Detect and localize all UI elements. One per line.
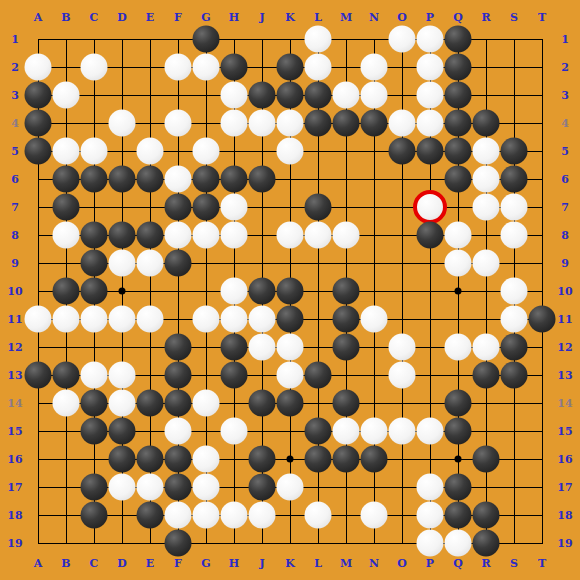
white-stone-G16[interactable] [193, 446, 220, 473]
column-label-bottom-M: M [340, 557, 352, 570]
column-label-bottom-Q: Q [453, 557, 463, 570]
black-stone-F14[interactable] [165, 390, 192, 417]
white-stone-M3[interactable] [333, 82, 360, 109]
column-label-bottom-R: R [481, 557, 490, 570]
white-stone-H7[interactable] [221, 194, 248, 221]
black-stone-Q14[interactable] [445, 390, 472, 417]
black-stone-B7[interactable] [53, 194, 80, 221]
row-label-left-6: 6 [11, 173, 19, 186]
black-stone-M10[interactable] [333, 278, 360, 305]
black-stone-J16[interactable] [249, 446, 276, 473]
white-stone-D11[interactable] [109, 306, 136, 333]
black-stone-P8[interactable] [417, 222, 444, 249]
white-stone-R6[interactable] [473, 166, 500, 193]
row-label-right-15: 15 [557, 425, 572, 438]
black-stone-P5[interactable] [417, 138, 444, 165]
white-stone-D4[interactable] [109, 110, 136, 137]
black-stone-Q3[interactable] [445, 82, 472, 109]
black-stone-E6[interactable] [137, 166, 164, 193]
column-label-bottom-P: P [426, 557, 434, 570]
black-stone-B10[interactable] [53, 278, 80, 305]
column-label-bottom-T: T [538, 557, 546, 570]
black-stone-K3[interactable] [277, 82, 304, 109]
white-stone-P17[interactable] [417, 474, 444, 501]
black-stone-R13[interactable] [473, 362, 500, 389]
white-stone-H4[interactable] [221, 110, 248, 137]
white-stone-J18[interactable] [249, 502, 276, 529]
black-stone-F9[interactable] [165, 250, 192, 277]
star-point-D10 [119, 288, 126, 295]
white-stone-B11[interactable] [53, 306, 80, 333]
white-stone-P18[interactable] [417, 502, 444, 529]
column-label-top-J: J [259, 11, 264, 24]
column-label-top-H: H [229, 11, 239, 24]
black-stone-D15[interactable] [109, 418, 136, 445]
row-label-right-11: 11 [557, 313, 572, 326]
row-label-left-5: 5 [11, 145, 19, 158]
white-stone-H8[interactable] [221, 222, 248, 249]
black-stone-M16[interactable] [333, 446, 360, 473]
black-stone-M4[interactable] [333, 110, 360, 137]
white-stone-C2[interactable] [81, 54, 108, 81]
white-stone-N3[interactable] [361, 82, 388, 109]
row-label-right-17: 17 [557, 481, 572, 494]
black-stone-D16[interactable] [109, 446, 136, 473]
black-stone-C18[interactable] [81, 502, 108, 529]
black-stone-L3[interactable] [305, 82, 332, 109]
black-stone-H13[interactable] [221, 362, 248, 389]
black-stone-N16[interactable] [361, 446, 388, 473]
white-stone-K5[interactable] [277, 138, 304, 165]
row-label-left-1: 1 [11, 33, 19, 46]
white-stone-S7[interactable] [501, 194, 528, 221]
white-stone-L18[interactable] [305, 502, 332, 529]
black-stone-D6[interactable] [109, 166, 136, 193]
row-label-left-13: 13 [7, 369, 22, 382]
last-move-white-stone-P7[interactable] [413, 190, 447, 224]
black-stone-C14[interactable] [81, 390, 108, 417]
row-label-left-8: 8 [11, 229, 19, 242]
white-stone-G11[interactable] [193, 306, 220, 333]
column-label-top-A: A [34, 11, 43, 24]
black-stone-K11[interactable] [277, 306, 304, 333]
white-stone-D9[interactable] [109, 250, 136, 277]
row-label-right-16: 16 [557, 453, 572, 466]
row-label-left-9: 9 [11, 257, 19, 270]
row-label-right-8: 8 [561, 229, 569, 242]
white-stone-H18[interactable] [221, 502, 248, 529]
column-label-bottom-B: B [61, 557, 70, 570]
column-label-top-T: T [538, 11, 546, 24]
row-label-left-4: 4 [11, 117, 19, 130]
white-stone-G5[interactable] [193, 138, 220, 165]
column-label-top-D: D [117, 11, 127, 24]
white-stone-B8[interactable] [53, 222, 80, 249]
white-stone-O12[interactable] [389, 334, 416, 361]
row-label-right-19: 19 [557, 537, 572, 550]
black-stone-C9[interactable] [81, 250, 108, 277]
column-label-bottom-S: S [510, 557, 518, 570]
column-label-bottom-H: H [229, 557, 239, 570]
black-stone-A3[interactable] [25, 82, 52, 109]
row-label-left-18: 18 [7, 509, 22, 522]
row-label-left-10: 10 [7, 285, 22, 298]
row-label-left-19: 19 [7, 537, 22, 550]
white-stone-A2[interactable] [25, 54, 52, 81]
row-label-right-10: 10 [557, 285, 572, 298]
column-label-bottom-O: O [397, 557, 407, 570]
column-label-top-M: M [340, 11, 352, 24]
white-stone-N11[interactable] [361, 306, 388, 333]
white-stone-E11[interactable] [137, 306, 164, 333]
white-stone-S8[interactable] [501, 222, 528, 249]
white-stone-D13[interactable] [109, 362, 136, 389]
white-stone-K17[interactable] [277, 474, 304, 501]
column-label-top-E: E [146, 11, 154, 24]
white-stone-H15[interactable] [221, 418, 248, 445]
white-stone-H11[interactable] [221, 306, 248, 333]
black-stone-M11[interactable] [333, 306, 360, 333]
white-stone-F18[interactable] [165, 502, 192, 529]
row-label-left-15: 15 [7, 425, 22, 438]
black-stone-A13[interactable] [25, 362, 52, 389]
black-stone-S12[interactable] [501, 334, 528, 361]
white-stone-L2[interactable] [305, 54, 332, 81]
black-stone-F16[interactable] [165, 446, 192, 473]
black-stone-T11[interactable] [529, 306, 556, 333]
white-stone-L8[interactable] [305, 222, 332, 249]
white-stone-E9[interactable] [137, 250, 164, 277]
black-stone-Q2[interactable] [445, 54, 472, 81]
white-stone-J12[interactable] [249, 334, 276, 361]
black-stone-L4[interactable] [305, 110, 332, 137]
white-stone-R12[interactable] [473, 334, 500, 361]
row-label-left-12: 12 [7, 341, 22, 354]
column-label-top-F: F [174, 11, 182, 24]
white-stone-P3[interactable] [417, 82, 444, 109]
black-stone-C6[interactable] [81, 166, 108, 193]
white-stone-C11[interactable] [81, 306, 108, 333]
black-stone-B6[interactable] [53, 166, 80, 193]
column-label-bottom-G: G [201, 557, 210, 570]
white-stone-D14[interactable] [109, 390, 136, 417]
row-label-right-7: 7 [561, 201, 569, 214]
white-stone-Q19[interactable] [445, 530, 472, 557]
white-stone-O4[interactable] [389, 110, 416, 137]
black-stone-M12[interactable] [333, 334, 360, 361]
black-stone-F12[interactable] [165, 334, 192, 361]
black-stone-R4[interactable] [473, 110, 500, 137]
white-stone-N18[interactable] [361, 502, 388, 529]
white-stone-K8[interactable] [277, 222, 304, 249]
black-stone-O5[interactable] [389, 138, 416, 165]
star-point-Q10 [455, 288, 462, 295]
white-stone-S11[interactable] [501, 306, 528, 333]
column-label-bottom-J: J [259, 557, 264, 570]
column-label-bottom-A: A [34, 557, 43, 570]
white-stone-B5[interactable] [53, 138, 80, 165]
row-label-right-18: 18 [557, 509, 572, 522]
black-stone-Q18[interactable] [445, 502, 472, 529]
column-label-top-L: L [314, 11, 322, 24]
white-stone-F6[interactable] [165, 166, 192, 193]
column-label-bottom-D: D [117, 557, 127, 570]
go-board[interactable]: AABBCCDDEEFFGGHHJJKKLLMMNNOOPPQQRRSSTT11… [0, 0, 580, 580]
white-stone-K13[interactable] [277, 362, 304, 389]
white-stone-F4[interactable] [165, 110, 192, 137]
white-stone-R9[interactable] [473, 250, 500, 277]
black-stone-H2[interactable] [221, 54, 248, 81]
white-stone-R5[interactable] [473, 138, 500, 165]
white-stone-O15[interactable] [389, 418, 416, 445]
grid-vline [542, 39, 543, 544]
white-stone-Q9[interactable] [445, 250, 472, 277]
white-stone-P15[interactable] [417, 418, 444, 445]
star-point-K16 [287, 456, 294, 463]
white-stone-G2[interactable] [193, 54, 220, 81]
white-stone-J11[interactable] [249, 306, 276, 333]
star-point-Q16 [455, 456, 462, 463]
row-label-left-17: 17 [7, 481, 22, 494]
black-stone-S13[interactable] [501, 362, 528, 389]
white-stone-C13[interactable] [81, 362, 108, 389]
row-label-right-5: 5 [561, 145, 569, 158]
black-stone-M14[interactable] [333, 390, 360, 417]
black-stone-E16[interactable] [137, 446, 164, 473]
row-label-right-3: 3 [561, 89, 569, 102]
white-stone-Q12[interactable] [445, 334, 472, 361]
black-stone-J3[interactable] [249, 82, 276, 109]
black-stone-E8[interactable] [137, 222, 164, 249]
black-stone-S6[interactable] [501, 166, 528, 193]
column-label-bottom-N: N [369, 557, 379, 570]
white-stone-P2[interactable] [417, 54, 444, 81]
black-stone-L16[interactable] [305, 446, 332, 473]
black-stone-K2[interactable] [277, 54, 304, 81]
black-stone-J14[interactable] [249, 390, 276, 417]
row-label-right-12: 12 [557, 341, 572, 354]
white-stone-Q8[interactable] [445, 222, 472, 249]
black-stone-A4[interactable] [25, 110, 52, 137]
white-stone-G14[interactable] [193, 390, 220, 417]
black-stone-R18[interactable] [473, 502, 500, 529]
column-label-top-C: C [90, 11, 99, 24]
column-label-top-O: O [397, 11, 407, 24]
black-stone-N4[interactable] [361, 110, 388, 137]
column-label-bottom-E: E [146, 557, 154, 570]
white-stone-M15[interactable] [333, 418, 360, 445]
white-stone-O13[interactable] [389, 362, 416, 389]
black-stone-L7[interactable] [305, 194, 332, 221]
column-label-bottom-K: K [285, 557, 295, 570]
white-stone-P4[interactable] [417, 110, 444, 137]
row-label-left-11: 11 [7, 313, 22, 326]
white-stone-H10[interactable] [221, 278, 248, 305]
black-stone-C15[interactable] [81, 418, 108, 445]
black-stone-E18[interactable] [137, 502, 164, 529]
black-stone-H6[interactable] [221, 166, 248, 193]
black-stone-J17[interactable] [249, 474, 276, 501]
white-stone-E5[interactable] [137, 138, 164, 165]
black-stone-F13[interactable] [165, 362, 192, 389]
white-stone-N2[interactable] [361, 54, 388, 81]
white-stone-O1[interactable] [389, 26, 416, 53]
column-label-bottom-L: L [314, 557, 322, 570]
white-stone-G17[interactable] [193, 474, 220, 501]
black-stone-J6[interactable] [249, 166, 276, 193]
white-stone-F15[interactable] [165, 418, 192, 445]
black-stone-G7[interactable] [193, 194, 220, 221]
white-stone-M8[interactable] [333, 222, 360, 249]
row-label-right-13: 13 [557, 369, 572, 382]
row-label-right-9: 9 [561, 257, 569, 270]
column-label-bottom-C: C [90, 557, 99, 570]
white-stone-G8[interactable] [193, 222, 220, 249]
white-stone-K4[interactable] [277, 110, 304, 137]
black-stone-E14[interactable] [137, 390, 164, 417]
white-stone-F8[interactable] [165, 222, 192, 249]
black-stone-B13[interactable] [53, 362, 80, 389]
black-stone-Q6[interactable] [445, 166, 472, 193]
black-stone-K10[interactable] [277, 278, 304, 305]
black-stone-Q17[interactable] [445, 474, 472, 501]
white-stone-N15[interactable] [361, 418, 388, 445]
black-stone-Q4[interactable] [445, 110, 472, 137]
white-stone-P1[interactable] [417, 26, 444, 53]
black-stone-G6[interactable] [193, 166, 220, 193]
row-label-right-1: 1 [561, 33, 569, 46]
black-stone-L13[interactable] [305, 362, 332, 389]
white-stone-C5[interactable] [81, 138, 108, 165]
black-stone-Q5[interactable] [445, 138, 472, 165]
row-label-left-14: 14 [7, 397, 22, 410]
row-label-left-3: 3 [11, 89, 19, 102]
column-label-top-Q: Q [453, 11, 463, 24]
column-label-top-B: B [61, 11, 70, 24]
white-stone-G18[interactable] [193, 502, 220, 529]
black-stone-H12[interactable] [221, 334, 248, 361]
white-stone-B3[interactable] [53, 82, 80, 109]
column-label-top-K: K [285, 11, 295, 24]
black-stone-J10[interactable] [249, 278, 276, 305]
white-stone-J4[interactable] [249, 110, 276, 137]
white-stone-P19[interactable] [417, 530, 444, 557]
black-stone-C10[interactable] [81, 278, 108, 305]
row-label-right-4: 4 [561, 117, 569, 130]
column-label-top-P: P [426, 11, 434, 24]
white-stone-D17[interactable] [109, 474, 136, 501]
white-stone-F2[interactable] [165, 54, 192, 81]
black-stone-A5[interactable] [25, 138, 52, 165]
column-label-bottom-F: F [174, 557, 182, 570]
black-stone-K14[interactable] [277, 390, 304, 417]
black-stone-C8[interactable] [81, 222, 108, 249]
black-stone-F7[interactable] [165, 194, 192, 221]
black-stone-D8[interactable] [109, 222, 136, 249]
black-stone-F17[interactable] [165, 474, 192, 501]
black-stone-L15[interactable] [305, 418, 332, 445]
white-stone-H3[interactable] [221, 82, 248, 109]
white-stone-R7[interactable] [473, 194, 500, 221]
row-label-right-14: 14 [557, 397, 572, 410]
row-label-right-2: 2 [561, 61, 569, 74]
white-stone-S10[interactable] [501, 278, 528, 305]
white-stone-B14[interactable] [53, 390, 80, 417]
black-stone-R19[interactable] [473, 530, 500, 557]
black-stone-R16[interactable] [473, 446, 500, 473]
white-stone-L1[interactable] [305, 26, 332, 53]
column-label-top-R: R [481, 11, 490, 24]
white-stone-K12[interactable] [277, 334, 304, 361]
white-stone-E17[interactable] [137, 474, 164, 501]
white-stone-A11[interactable] [25, 306, 52, 333]
row-label-right-6: 6 [561, 173, 569, 186]
row-label-left-2: 2 [11, 61, 19, 74]
column-label-top-S: S [510, 11, 518, 24]
row-label-left-7: 7 [11, 201, 19, 214]
column-label-top-N: N [369, 11, 379, 24]
black-stone-Q1[interactable] [445, 26, 472, 53]
column-label-top-G: G [201, 11, 210, 24]
black-stone-F19[interactable] [165, 530, 192, 557]
black-stone-C17[interactable] [81, 474, 108, 501]
black-stone-G1[interactable] [193, 26, 220, 53]
black-stone-Q15[interactable] [445, 418, 472, 445]
black-stone-S5[interactable] [501, 138, 528, 165]
row-label-left-16: 16 [7, 453, 22, 466]
